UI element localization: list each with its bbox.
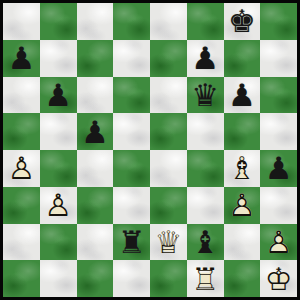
black-bishop[interactable]: ♝	[187, 224, 224, 261]
black-pawn[interactable]: ♟	[260, 150, 297, 187]
square-d6[interactable]	[113, 77, 150, 114]
square-b3[interactable]: ♟♙	[40, 187, 77, 224]
square-h2[interactable]: ♟♙	[260, 224, 297, 261]
square-h8[interactable]	[260, 3, 297, 40]
black-bishop-glyph: ♝	[187, 224, 224, 260]
square-a6[interactable]	[3, 77, 40, 114]
white-pawn-outline: ♙	[3, 150, 40, 186]
square-c1[interactable]	[77, 260, 114, 297]
square-a5[interactable]	[3, 113, 40, 150]
square-a1[interactable]	[3, 260, 40, 297]
black-pawn-glyph: ♟	[260, 150, 297, 186]
square-f3[interactable]	[187, 187, 224, 224]
square-h7[interactable]	[260, 40, 297, 77]
square-f5[interactable]	[187, 113, 224, 150]
square-e7[interactable]	[150, 40, 187, 77]
black-queen[interactable]: ♛	[187, 77, 224, 114]
square-g2[interactable]	[224, 224, 261, 261]
white-queen[interactable]: ♛♕	[150, 224, 187, 261]
square-h3[interactable]	[260, 187, 297, 224]
square-a8[interactable]	[3, 3, 40, 40]
square-d4[interactable]	[113, 150, 150, 187]
white-queen-outline: ♕	[150, 224, 187, 260]
square-f8[interactable]	[187, 3, 224, 40]
square-a3[interactable]	[3, 187, 40, 224]
square-f2[interactable]: ♝	[187, 224, 224, 261]
black-pawn-glyph: ♟	[77, 114, 114, 150]
square-d8[interactable]	[113, 3, 150, 40]
black-king-glyph: ♚	[224, 3, 261, 39]
square-f4[interactable]	[187, 150, 224, 187]
square-e3[interactable]	[150, 187, 187, 224]
square-h1[interactable]: ♚♔	[260, 260, 297, 297]
square-b1[interactable]	[40, 260, 77, 297]
chess-board: ♚♟♟♟♛♟♟♟♙♝♗♟♟♙♟♙♜♛♕♝♟♙♜♖♚♔	[0, 0, 300, 300]
white-king[interactable]: ♚♔	[260, 260, 297, 297]
square-d5[interactable]	[113, 113, 150, 150]
square-g7[interactable]	[224, 40, 261, 77]
square-b2[interactable]	[40, 224, 77, 261]
square-c4[interactable]	[77, 150, 114, 187]
square-d3[interactable]	[113, 187, 150, 224]
white-bishop-outline: ♗	[224, 150, 261, 186]
square-d2[interactable]: ♜	[113, 224, 150, 261]
white-pawn[interactable]: ♟♙	[224, 187, 261, 224]
square-b6[interactable]: ♟	[40, 77, 77, 114]
square-c7[interactable]	[77, 40, 114, 77]
square-e5[interactable]	[150, 113, 187, 150]
black-pawn[interactable]: ♟	[224, 77, 261, 114]
square-b7[interactable]	[40, 40, 77, 77]
white-pawn[interactable]: ♟♙	[40, 187, 77, 224]
black-pawn[interactable]: ♟	[77, 113, 114, 150]
square-g1[interactable]	[224, 260, 261, 297]
square-b5[interactable]	[40, 113, 77, 150]
square-e2[interactable]: ♛♕	[150, 224, 187, 261]
white-pawn[interactable]: ♟♙	[260, 224, 297, 261]
square-e1[interactable]	[150, 260, 187, 297]
black-pawn[interactable]: ♟	[40, 77, 77, 114]
square-f6[interactable]: ♛	[187, 77, 224, 114]
black-pawn-glyph: ♟	[187, 40, 224, 76]
square-h6[interactable]	[260, 77, 297, 114]
square-e4[interactable]	[150, 150, 187, 187]
white-bishop[interactable]: ♝♗	[224, 150, 261, 187]
black-rook[interactable]: ♜	[113, 224, 150, 261]
white-rook-outline: ♖	[187, 261, 224, 297]
square-g5[interactable]	[224, 113, 261, 150]
square-g6[interactable]: ♟	[224, 77, 261, 114]
square-f1[interactable]: ♜♖	[187, 260, 224, 297]
square-c5[interactable]: ♟	[77, 113, 114, 150]
square-d1[interactable]	[113, 260, 150, 297]
black-pawn[interactable]: ♟	[187, 40, 224, 77]
white-pawn-outline: ♙	[224, 187, 261, 223]
black-pawn-glyph: ♟	[3, 40, 40, 76]
square-f7[interactable]: ♟	[187, 40, 224, 77]
white-pawn-outline: ♙	[260, 224, 297, 260]
square-a7[interactable]: ♟	[3, 40, 40, 77]
black-rook-glyph: ♜	[113, 224, 150, 260]
square-e8[interactable]	[150, 3, 187, 40]
square-a2[interactable]	[3, 224, 40, 261]
black-pawn-glyph: ♟	[224, 77, 261, 113]
square-c8[interactable]	[77, 3, 114, 40]
white-rook[interactable]: ♜♖	[187, 260, 224, 297]
black-queen-glyph: ♛	[187, 77, 224, 113]
black-pawn-glyph: ♟	[40, 77, 77, 113]
square-a4[interactable]: ♟♙	[3, 150, 40, 187]
square-h5[interactable]	[260, 113, 297, 150]
square-e6[interactable]	[150, 77, 187, 114]
square-g3[interactable]: ♟♙	[224, 187, 261, 224]
white-pawn[interactable]: ♟♙	[3, 150, 40, 187]
square-b4[interactable]	[40, 150, 77, 187]
black-king[interactable]: ♚	[224, 3, 261, 40]
square-g8[interactable]: ♚	[224, 3, 261, 40]
square-h4[interactable]: ♟	[260, 150, 297, 187]
white-king-outline: ♔	[260, 261, 297, 297]
square-c2[interactable]	[77, 224, 114, 261]
square-d7[interactable]	[113, 40, 150, 77]
white-pawn-outline: ♙	[40, 187, 77, 223]
black-pawn[interactable]: ♟	[3, 40, 40, 77]
square-c6[interactable]	[77, 77, 114, 114]
square-b8[interactable]	[40, 3, 77, 40]
square-g4[interactable]: ♝♗	[224, 150, 261, 187]
square-c3[interactable]	[77, 187, 114, 224]
